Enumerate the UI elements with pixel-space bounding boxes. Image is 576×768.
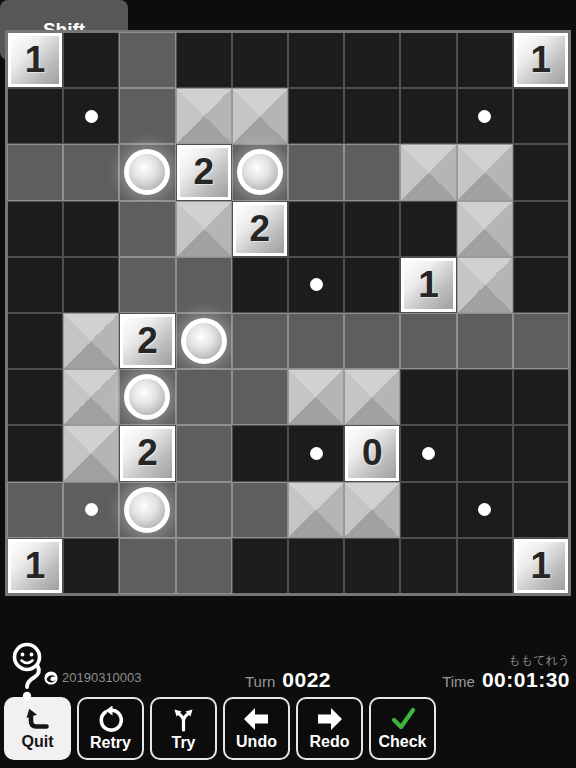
cell-r8-c2[interactable] bbox=[120, 483, 174, 537]
time-label: Time bbox=[442, 673, 475, 690]
cell-r8-c7[interactable] bbox=[401, 483, 455, 537]
cell-r6-c7[interactable] bbox=[401, 370, 455, 424]
cell-r0-c6[interactable] bbox=[345, 33, 399, 87]
cell-r0-c7[interactable] bbox=[401, 33, 455, 87]
puzzle-id: 20190310003 bbox=[62, 670, 142, 685]
turn-value: 0022 bbox=[282, 668, 331, 692]
cell-r6-c3[interactable] bbox=[177, 370, 231, 424]
circle-mark bbox=[237, 149, 283, 195]
cell-r2-c4[interactable] bbox=[233, 145, 287, 199]
cell-r6-c1[interactable] bbox=[64, 370, 118, 424]
cell-r6-c9[interactable] bbox=[514, 370, 568, 424]
cell-r4-c6[interactable] bbox=[345, 258, 399, 312]
retry-circular-arrow-icon bbox=[97, 706, 124, 733]
cell-r6-c4[interactable] bbox=[233, 370, 287, 424]
cell-r7-c5[interactable] bbox=[289, 426, 343, 480]
cell-r3-c6[interactable] bbox=[345, 202, 399, 256]
cell-r0-c3[interactable] bbox=[177, 33, 231, 87]
check-green-checkmark-icon bbox=[389, 706, 417, 732]
circle-mark bbox=[124, 149, 170, 195]
cell-r2-c0[interactable] bbox=[8, 145, 62, 199]
cell-r1-c6[interactable] bbox=[345, 89, 399, 143]
cell-r5-c3[interactable] bbox=[177, 314, 231, 368]
cell-r1-c5[interactable] bbox=[289, 89, 343, 143]
cell-r4-c3[interactable] bbox=[177, 258, 231, 312]
cell-r3-c4[interactable]: 2 bbox=[233, 202, 287, 256]
cell-r9-c7[interactable] bbox=[401, 539, 455, 593]
turn-counter: Turn 0022 bbox=[245, 668, 331, 692]
cell-r4-c1[interactable] bbox=[64, 258, 118, 312]
pencil-dot bbox=[310, 278, 323, 291]
cell-r8-c8[interactable] bbox=[458, 483, 512, 537]
cell-r6-c6[interactable] bbox=[345, 370, 399, 424]
cell-r2-c9[interactable] bbox=[514, 145, 568, 199]
check-button[interactable]: Check bbox=[369, 697, 436, 760]
cell-r5-c0[interactable] bbox=[8, 314, 62, 368]
cell-r5-c4[interactable] bbox=[233, 314, 287, 368]
cell-r4-c4[interactable] bbox=[233, 258, 287, 312]
cell-r9-c9[interactable]: 1 bbox=[514, 539, 568, 593]
cell-r0-c5[interactable] bbox=[289, 33, 343, 87]
cell-r9-c3[interactable] bbox=[177, 539, 231, 593]
cell-r2-c7[interactable] bbox=[401, 145, 455, 199]
cell-r0-c4[interactable] bbox=[233, 33, 287, 87]
cell-r9-c4[interactable] bbox=[233, 539, 287, 593]
circle-mark bbox=[181, 318, 227, 364]
cell-r9-c1[interactable] bbox=[64, 539, 118, 593]
try-label: Try bbox=[171, 734, 195, 752]
pencil-dot bbox=[478, 110, 491, 123]
cell-r9-c8[interactable] bbox=[458, 539, 512, 593]
cell-r7-c3[interactable] bbox=[177, 426, 231, 480]
cell-r4-c2[interactable] bbox=[120, 258, 174, 312]
cell-r3-c2[interactable] bbox=[120, 202, 174, 256]
cell-r7-c9[interactable] bbox=[514, 426, 568, 480]
cell-r4-c0[interactable] bbox=[8, 258, 62, 312]
try-button[interactable]: Try bbox=[150, 697, 217, 760]
cell-r0-c8[interactable] bbox=[458, 33, 512, 87]
cell-r3-c1[interactable] bbox=[64, 202, 118, 256]
cell-r3-c9[interactable] bbox=[514, 202, 568, 256]
cell-r1-c8[interactable] bbox=[458, 89, 512, 143]
pencil-dot bbox=[85, 110, 98, 123]
swirl-icon bbox=[44, 671, 58, 685]
cell-r8-c9[interactable] bbox=[514, 483, 568, 537]
puzzle-board: 1122122011 bbox=[5, 30, 571, 596]
cell-r5-c2[interactable]: 2 bbox=[120, 314, 174, 368]
watermark: ももてれう bbox=[509, 652, 570, 669]
cell-r5-c9[interactable] bbox=[514, 314, 568, 368]
pencil-dot bbox=[310, 447, 323, 460]
cell-r1-c4[interactable] bbox=[233, 89, 287, 143]
cell-r7-c6[interactable]: 0 bbox=[345, 426, 399, 480]
cell-r7-c1[interactable] bbox=[64, 426, 118, 480]
cell-r6-c8[interactable] bbox=[458, 370, 512, 424]
cell-r0-c9[interactable]: 1 bbox=[514, 33, 568, 87]
cell-r7-c8[interactable] bbox=[458, 426, 512, 480]
turn-label: Turn bbox=[245, 673, 275, 690]
cell-r0-c0[interactable]: 1 bbox=[8, 33, 62, 87]
redo-label: Redo bbox=[310, 733, 350, 751]
quit-button[interactable]: Quit bbox=[4, 697, 71, 760]
cell-r2-c1[interactable] bbox=[64, 145, 118, 199]
cell-r4-c5[interactable] bbox=[289, 258, 343, 312]
cell-r7-c2[interactable]: 2 bbox=[120, 426, 174, 480]
cell-r2-c2[interactable] bbox=[120, 145, 174, 199]
cell-r2-c6[interactable] bbox=[345, 145, 399, 199]
cell-r8-c3[interactable] bbox=[177, 483, 231, 537]
cell-r8-c5[interactable] bbox=[289, 483, 343, 537]
cell-r7-c0[interactable] bbox=[8, 426, 62, 480]
cell-r0-c2[interactable] bbox=[120, 33, 174, 87]
circle-mark bbox=[124, 487, 170, 533]
undo-left-arrow-icon bbox=[243, 706, 270, 732]
cell-r2-c5[interactable] bbox=[289, 145, 343, 199]
cell-r6-c0[interactable] bbox=[8, 370, 62, 424]
cell-r4-c8[interactable] bbox=[458, 258, 512, 312]
redo-right-arrow-icon bbox=[316, 706, 343, 732]
cell-r1-c9[interactable] bbox=[514, 89, 568, 143]
cell-r3-c3[interactable] bbox=[177, 202, 231, 256]
cell-r1-c0[interactable] bbox=[8, 89, 62, 143]
cell-r9-c2[interactable] bbox=[120, 539, 174, 593]
cell-r6-c2[interactable] bbox=[120, 370, 174, 424]
mascot-icon bbox=[8, 642, 46, 702]
cell-r0-c1[interactable] bbox=[64, 33, 118, 87]
pencil-dot bbox=[478, 503, 491, 516]
cell-r1-c2[interactable] bbox=[120, 89, 174, 143]
cell-r8-c4[interactable] bbox=[233, 483, 287, 537]
cell-r3-c0[interactable] bbox=[8, 202, 62, 256]
cell-r1-c7[interactable] bbox=[401, 89, 455, 143]
puzzle-id-row: 20190310003 bbox=[44, 670, 142, 685]
cell-r1-c3[interactable] bbox=[177, 89, 231, 143]
quit-label: Quit bbox=[22, 733, 54, 751]
cell-r8-c6[interactable] bbox=[345, 483, 399, 537]
cell-r8-c1[interactable] bbox=[64, 483, 118, 537]
retry-label: Retry bbox=[90, 734, 131, 752]
circle-mark bbox=[124, 374, 170, 420]
retry-button[interactable]: Retry bbox=[77, 697, 144, 760]
check-label: Check bbox=[378, 733, 426, 751]
time-counter: Time 00:01:30 bbox=[442, 668, 570, 692]
cell-r5-c5[interactable] bbox=[289, 314, 343, 368]
try-fork-arrows-icon bbox=[170, 706, 197, 733]
quit-back-arrow-icon bbox=[25, 706, 51, 732]
cell-r3-c8[interactable] bbox=[458, 202, 512, 256]
undo-label: Undo bbox=[236, 733, 277, 751]
cell-r2-c8[interactable] bbox=[458, 145, 512, 199]
cell-r5-c7[interactable] bbox=[401, 314, 455, 368]
cell-r3-c5[interactable] bbox=[289, 202, 343, 256]
undo-button[interactable]: Undo bbox=[223, 697, 290, 760]
cell-r7-c4[interactable] bbox=[233, 426, 287, 480]
cell-r4-c9[interactable] bbox=[514, 258, 568, 312]
cell-r3-c7[interactable] bbox=[401, 202, 455, 256]
pencil-dot bbox=[422, 447, 435, 460]
cell-r8-c0[interactable] bbox=[8, 483, 62, 537]
redo-button[interactable]: Redo bbox=[296, 697, 363, 760]
cell-r9-c5[interactable] bbox=[289, 539, 343, 593]
cell-r6-c5[interactable] bbox=[289, 370, 343, 424]
cell-r5-c8[interactable] bbox=[458, 314, 512, 368]
cell-r9-c6[interactable] bbox=[345, 539, 399, 593]
cell-r7-c7[interactable] bbox=[401, 426, 455, 480]
cell-r1-c1[interactable] bbox=[64, 89, 118, 143]
time-value: 00:01:30 bbox=[482, 668, 570, 692]
cell-r5-c6[interactable] bbox=[345, 314, 399, 368]
pencil-dot bbox=[85, 503, 98, 516]
cell-r9-c0[interactable]: 1 bbox=[8, 539, 62, 593]
cell-r2-c3[interactable]: 2 bbox=[177, 145, 231, 199]
cell-r5-c1[interactable] bbox=[64, 314, 118, 368]
cell-r4-c7[interactable]: 1 bbox=[401, 258, 455, 312]
